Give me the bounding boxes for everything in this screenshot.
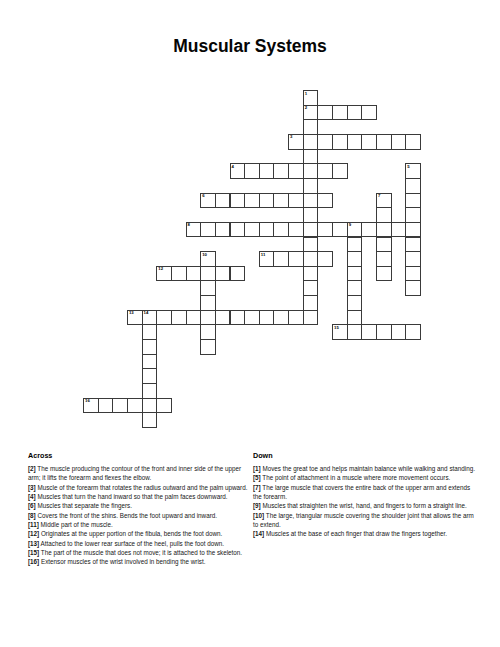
grid-cell[interactable] xyxy=(112,398,128,414)
grid-cell[interactable] xyxy=(405,207,421,223)
clue: [1] Moves the great toe and helps mainta… xyxy=(253,464,475,473)
grid-cell[interactable] xyxy=(288,251,304,267)
grid-cell[interactable] xyxy=(200,280,216,296)
grid-cell[interactable] xyxy=(156,398,172,414)
grid-cell[interactable] xyxy=(405,266,421,282)
across-clue-list: [2] The muscle producing the contour of … xyxy=(28,464,250,567)
grid-cell[interactable] xyxy=(303,178,319,194)
grid-cell[interactable] xyxy=(303,193,319,209)
grid-cell[interactable] xyxy=(244,222,260,238)
clue: [9] Muscles that straighten the wrist, h… xyxy=(253,501,475,510)
grid-cell[interactable] xyxy=(142,339,158,355)
grid-cell[interactable] xyxy=(288,193,304,209)
grid-cell[interactable]: 6 xyxy=(200,193,216,209)
grid-cell[interactable] xyxy=(347,134,363,150)
grid-cell[interactable] xyxy=(347,266,363,282)
grid-cell[interactable] xyxy=(259,310,275,326)
clue: [7] The large muscle that covers the ent… xyxy=(253,483,475,502)
clue-number-label: [1] xyxy=(253,465,261,472)
clue-number: 16 xyxy=(85,399,90,404)
clue: [8] Covers the front of the shins. Bends… xyxy=(28,511,250,520)
grid-cell[interactable] xyxy=(273,310,289,326)
clue-number-label: [9] xyxy=(253,502,261,509)
grid-cell[interactable] xyxy=(142,398,158,414)
grid-cell[interactable] xyxy=(361,222,377,238)
grid-cell[interactable] xyxy=(405,134,421,150)
grid-cell[interactable] xyxy=(347,295,363,311)
grid-cell[interactable] xyxy=(361,105,377,121)
grid-cell[interactable]: 5 xyxy=(405,163,421,179)
grid-cell[interactable]: 15 xyxy=(332,324,348,340)
grid-cell[interactable] xyxy=(288,163,304,179)
grid-cell[interactable] xyxy=(376,266,392,282)
grid-cell[interactable] xyxy=(347,105,363,121)
clue-number: 8 xyxy=(188,223,190,228)
clue: [16] Extensor muscles of the wrist invol… xyxy=(28,557,250,566)
clue: [4] Muscles that turn the hand inward so… xyxy=(28,492,250,501)
grid-cell[interactable] xyxy=(317,251,333,267)
across-clues-column: Across [2] The muscle producing the cont… xyxy=(28,451,250,567)
grid-cell[interactable] xyxy=(200,295,216,311)
clue: [10] The large, triangular muscle coveri… xyxy=(253,511,475,530)
clue-number: 2 xyxy=(305,106,307,111)
grid-cell[interactable] xyxy=(186,310,202,326)
grid-cell[interactable] xyxy=(200,266,216,282)
grid-cell[interactable]: 2 xyxy=(303,105,319,121)
grid-cell[interactable] xyxy=(317,163,333,179)
grid-cell[interactable] xyxy=(303,266,319,282)
grid-cell[interactable] xyxy=(244,163,260,179)
clue: [5] The point of attachment in a muscle … xyxy=(253,473,475,482)
page-title: Muscular Systems xyxy=(0,36,500,57)
grid-cell[interactable] xyxy=(273,222,289,238)
grid-cell[interactable] xyxy=(171,310,187,326)
grid-cell[interactable] xyxy=(142,368,158,384)
grid-cell[interactable] xyxy=(376,251,392,267)
clue-number-label: [8] xyxy=(28,512,36,519)
grid-cell[interactable] xyxy=(347,280,363,296)
clue-number-label: [4] xyxy=(28,493,36,500)
grid-cell[interactable] xyxy=(303,251,319,267)
grid-cell[interactable] xyxy=(142,324,158,340)
clue: [15] The part of the muscle that does no… xyxy=(28,548,250,557)
grid-cell[interactable] xyxy=(391,324,407,340)
grid-cell[interactable] xyxy=(215,193,231,209)
grid-cell[interactable]: 7 xyxy=(376,193,392,209)
grid-cell[interactable] xyxy=(405,178,421,194)
grid-cell[interactable] xyxy=(376,324,392,340)
clue-number: 9 xyxy=(349,223,351,228)
grid-cell[interactable]: 13 xyxy=(127,310,143,326)
grid-cell[interactable]: 1 xyxy=(303,90,319,106)
down-clues-column: Down [1] Moves the great toe and helps m… xyxy=(253,451,475,539)
clue-number: 10 xyxy=(202,253,207,258)
grid-cell[interactable] xyxy=(317,193,333,209)
grid-cell[interactable] xyxy=(142,412,158,428)
clue-number-label: [16] xyxy=(28,558,39,565)
grid-cell[interactable]: 16 xyxy=(83,398,99,414)
grid-cell[interactable] xyxy=(405,324,421,340)
grid-cell[interactable] xyxy=(332,105,348,121)
grid-cell[interactable] xyxy=(230,266,246,282)
grid-cell[interactable]: 3 xyxy=(288,134,304,150)
clue-number-label: [2] xyxy=(28,465,36,472)
clue: [2] The muscle producing the contour of … xyxy=(28,464,250,483)
grid-cell[interactable] xyxy=(332,134,348,150)
clue-number-label: [3] xyxy=(28,484,36,491)
clue-number: 1 xyxy=(305,92,307,97)
grid-cell[interactable] xyxy=(391,134,407,150)
grid-cell[interactable] xyxy=(186,266,202,282)
grid-cell[interactable] xyxy=(361,324,377,340)
down-heading: Down xyxy=(253,451,475,460)
grid-cell[interactable]: 8 xyxy=(186,222,202,238)
grid-cell[interactable] xyxy=(391,222,407,238)
grid-cell[interactable] xyxy=(230,193,246,209)
across-heading: Across xyxy=(28,451,250,460)
grid-cell[interactable]: 10 xyxy=(200,251,216,267)
grid-cell[interactable] xyxy=(200,324,216,340)
grid-cell[interactable] xyxy=(244,193,260,209)
clue-number: 11 xyxy=(261,253,266,258)
grid-cell[interactable] xyxy=(273,193,289,209)
grid-cell[interactable] xyxy=(303,163,319,179)
grid-cell[interactable] xyxy=(405,222,421,238)
grid-cell[interactable] xyxy=(303,310,319,326)
grid-cell[interactable] xyxy=(347,324,363,340)
clue-number-label: [15] xyxy=(28,549,39,556)
grid-cell[interactable] xyxy=(405,251,421,267)
grid-cell[interactable]: 4 xyxy=(230,163,246,179)
clue: [6] Muscles that separate the fingers. xyxy=(28,501,250,510)
grid-cell[interactable]: 9 xyxy=(347,222,363,238)
grid-cell[interactable] xyxy=(171,266,187,282)
clue-number: 7 xyxy=(378,194,380,199)
grid-cell[interactable] xyxy=(259,222,275,238)
clue-number-label: [12] xyxy=(28,530,39,537)
grid-cell[interactable] xyxy=(142,383,158,399)
clue-number: 5 xyxy=(407,165,409,170)
grid-cell[interactable] xyxy=(273,251,289,267)
grid-cell[interactable] xyxy=(332,163,348,179)
clue: [3] Muscle of the forearm that rotates t… xyxy=(28,483,250,492)
grid-cell[interactable] xyxy=(347,310,363,326)
page: { "game": "crossword", "title": "Muscula… xyxy=(0,0,500,647)
clue-number: 13 xyxy=(129,311,134,316)
clue: [13] Attached to the lower rear surface … xyxy=(28,539,250,548)
grid-cell[interactable] xyxy=(259,193,275,209)
clue-number: 15 xyxy=(334,326,339,331)
grid-cell[interactable]: 11 xyxy=(259,251,275,267)
grid-cell[interactable] xyxy=(303,237,319,253)
grid-cell[interactable] xyxy=(98,398,114,414)
grid-cell[interactable] xyxy=(156,310,172,326)
grid-cell[interactable] xyxy=(376,207,392,223)
grid-cell[interactable] xyxy=(200,339,216,355)
grid-cell[interactable] xyxy=(405,280,421,296)
grid-cell[interactable] xyxy=(244,310,260,326)
grid-cell[interactable] xyxy=(376,237,392,253)
clue-number: 12 xyxy=(158,267,163,272)
grid-cell[interactable] xyxy=(215,222,231,238)
grid-cell[interactable] xyxy=(200,222,216,238)
clue: [11] Middle part of the muscle. xyxy=(28,520,250,529)
grid-cell[interactable] xyxy=(215,266,231,282)
grid-cell[interactable]: 12 xyxy=(156,266,172,282)
grid-cell[interactable] xyxy=(332,222,348,238)
grid-cell[interactable] xyxy=(376,222,392,238)
clue: [14] Muscles at the base of each finger … xyxy=(253,529,475,538)
clue-number-label: [5] xyxy=(253,474,261,481)
grid-cell[interactable] xyxy=(259,163,275,179)
grid-cell[interactable]: 14 xyxy=(142,310,158,326)
clue-number-label: [13] xyxy=(28,540,39,547)
clue-number: 3 xyxy=(290,135,292,140)
clue: [12] Originates at the upper portion of … xyxy=(28,529,250,538)
grid-cell[interactable] xyxy=(288,310,304,326)
clue-number-label: [11] xyxy=(28,521,39,528)
grid-cell[interactable] xyxy=(215,310,231,326)
clue-number: 4 xyxy=(232,165,234,170)
down-clue-list: [1] Moves the great toe and helps mainta… xyxy=(253,464,475,539)
grid-cell[interactable] xyxy=(376,134,392,150)
grid-cell[interactable] xyxy=(317,134,333,150)
grid-cell[interactable] xyxy=(303,222,319,238)
grid-cell[interactable] xyxy=(405,237,421,253)
grid-cell[interactable] xyxy=(303,280,319,296)
crossword-grid: 12345678910111213141516 xyxy=(83,90,421,428)
clue-number-label: [6] xyxy=(28,502,36,509)
clue-number: 14 xyxy=(144,311,149,316)
clue-number-label: [10] xyxy=(253,512,264,519)
grid-cell[interactable] xyxy=(303,207,319,223)
grid-cell[interactable] xyxy=(200,310,216,326)
grid-cell[interactable] xyxy=(273,163,289,179)
clue-number: 6 xyxy=(202,194,204,199)
grid-cell[interactable] xyxy=(288,222,304,238)
grid-cell[interactable] xyxy=(361,134,377,150)
grid-cell[interactable] xyxy=(317,222,333,238)
grid-cell[interactable] xyxy=(347,251,363,267)
grid-cell[interactable] xyxy=(303,134,319,150)
grid-cell[interactable] xyxy=(127,398,143,414)
grid-cell[interactable] xyxy=(303,149,319,165)
grid-cell[interactable] xyxy=(142,354,158,370)
clue-number-label: [14] xyxy=(253,530,264,537)
grid-cell[interactable] xyxy=(303,295,319,311)
grid-cell[interactable] xyxy=(317,105,333,121)
grid-cell[interactable] xyxy=(347,237,363,253)
grid-cell[interactable] xyxy=(230,310,246,326)
grid-cell[interactable] xyxy=(230,222,246,238)
grid-cell[interactable] xyxy=(303,119,319,135)
grid-cell[interactable] xyxy=(405,193,421,209)
clue-number-label: [7] xyxy=(253,484,261,491)
